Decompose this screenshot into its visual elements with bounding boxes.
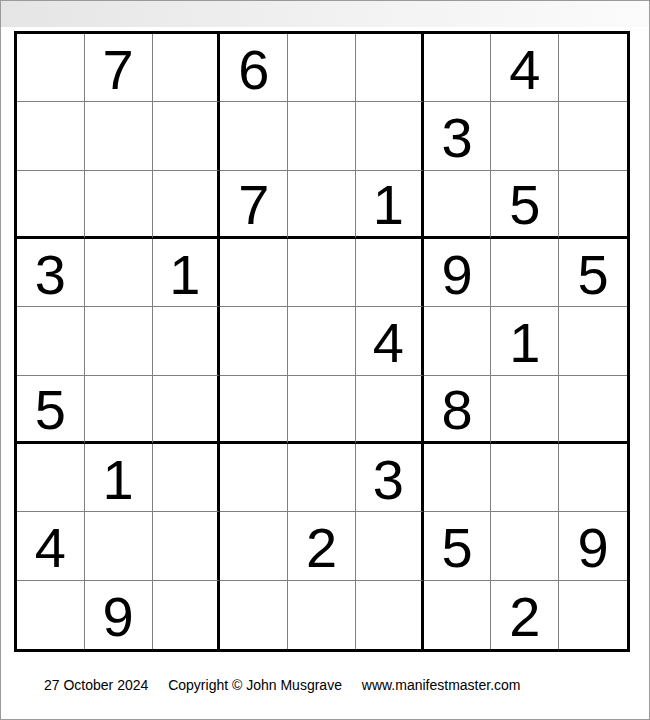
footer-date: 27 October 2024 bbox=[44, 677, 148, 693]
sudoku-board: 76437153195415813425992 bbox=[14, 31, 630, 652]
sudoku-cell-r7c9 bbox=[559, 444, 627, 512]
sudoku-cell-r2c2 bbox=[85, 102, 153, 170]
sudoku-cell-r2c6 bbox=[356, 102, 424, 170]
sudoku-cell-r2c8 bbox=[491, 102, 559, 170]
sudoku-cell-r3c6: 1 bbox=[356, 171, 424, 239]
sudoku-cell-r7c8 bbox=[491, 444, 559, 512]
sudoku-cell-r4c8 bbox=[491, 239, 559, 307]
sudoku-cell-r7c1 bbox=[17, 444, 85, 512]
sudoku-cell-r1c9 bbox=[559, 34, 627, 102]
sudoku-cell-r1c4: 6 bbox=[220, 34, 288, 102]
sudoku-cell-r4c3: 1 bbox=[153, 239, 221, 307]
sudoku-cell-r4c1: 3 bbox=[17, 239, 85, 307]
sudoku-cell-r5c3 bbox=[153, 307, 221, 375]
sudoku-cell-r5c9 bbox=[559, 307, 627, 375]
sudoku-cell-r1c7 bbox=[424, 34, 492, 102]
sudoku-cell-r2c1 bbox=[17, 102, 85, 170]
sudoku-cell-r2c9 bbox=[559, 102, 627, 170]
sudoku-cell-r7c4 bbox=[220, 444, 288, 512]
sudoku-cell-r5c2 bbox=[85, 307, 153, 375]
sudoku-cell-r4c4 bbox=[220, 239, 288, 307]
sudoku-cell-r2c5 bbox=[288, 102, 356, 170]
sudoku-cell-r5c6: 4 bbox=[356, 307, 424, 375]
sudoku-cell-r1c8: 4 bbox=[491, 34, 559, 102]
sudoku-cell-r5c4 bbox=[220, 307, 288, 375]
sudoku-cell-r8c3 bbox=[153, 512, 221, 580]
sudoku-cell-r5c7 bbox=[424, 307, 492, 375]
sudoku-cell-r6c7: 8 bbox=[424, 376, 492, 444]
sudoku-cell-r9c2: 9 bbox=[85, 581, 153, 649]
sudoku-cell-r3c2 bbox=[85, 171, 153, 239]
sudoku-cell-r3c1 bbox=[17, 171, 85, 239]
sudoku-cell-r5c5 bbox=[288, 307, 356, 375]
sudoku-cell-r2c3 bbox=[153, 102, 221, 170]
sudoku-cell-r9c1 bbox=[17, 581, 85, 649]
sudoku-cell-r5c8: 1 bbox=[491, 307, 559, 375]
sudoku-cell-r7c5 bbox=[288, 444, 356, 512]
sudoku-cell-r6c4 bbox=[220, 376, 288, 444]
sudoku-cell-r4c7: 9 bbox=[424, 239, 492, 307]
sudoku-cell-r6c6 bbox=[356, 376, 424, 444]
sudoku-cell-r7c3 bbox=[153, 444, 221, 512]
sudoku-cell-r6c8 bbox=[491, 376, 559, 444]
sudoku-cell-r6c1: 5 bbox=[17, 376, 85, 444]
puzzle-page: 76437153195415813425992 27 October 2024 … bbox=[0, 0, 650, 720]
sudoku-cell-r3c3 bbox=[153, 171, 221, 239]
sudoku-cell-r8c6 bbox=[356, 512, 424, 580]
sudoku-cell-r6c3 bbox=[153, 376, 221, 444]
sudoku-cell-r4c5 bbox=[288, 239, 356, 307]
sudoku-cell-r8c7: 5 bbox=[424, 512, 492, 580]
sudoku-cell-r8c1: 4 bbox=[17, 512, 85, 580]
sudoku-cell-r9c7 bbox=[424, 581, 492, 649]
sudoku-cell-r9c8: 2 bbox=[491, 581, 559, 649]
sudoku-cell-r1c5 bbox=[288, 34, 356, 102]
footer-copyright: Copyright © John Musgrave bbox=[168, 677, 342, 693]
sudoku-cell-r3c5 bbox=[288, 171, 356, 239]
sudoku-cell-r1c2: 7 bbox=[85, 34, 153, 102]
sudoku-cell-r4c2 bbox=[85, 239, 153, 307]
sudoku-cell-r6c2 bbox=[85, 376, 153, 444]
sudoku-cell-r7c2: 1 bbox=[85, 444, 153, 512]
sudoku-cell-r8c4 bbox=[220, 512, 288, 580]
sudoku-cell-r8c2 bbox=[85, 512, 153, 580]
sudoku-cell-r3c7 bbox=[424, 171, 492, 239]
sudoku-cell-r7c7 bbox=[424, 444, 492, 512]
sudoku-cell-r3c4: 7 bbox=[220, 171, 288, 239]
sudoku-cell-r4c6 bbox=[356, 239, 424, 307]
sudoku-cell-r4c9: 5 bbox=[559, 239, 627, 307]
sudoku-cell-r9c4 bbox=[220, 581, 288, 649]
sudoku-cell-r6c5 bbox=[288, 376, 356, 444]
sudoku-cell-r7c6: 3 bbox=[356, 444, 424, 512]
sudoku-cell-r9c6 bbox=[356, 581, 424, 649]
sudoku-cell-r9c9 bbox=[559, 581, 627, 649]
sudoku-cell-r8c9: 9 bbox=[559, 512, 627, 580]
sudoku-cell-r2c4 bbox=[220, 102, 288, 170]
sudoku-cell-r1c1 bbox=[17, 34, 85, 102]
top-gradient-band bbox=[1, 1, 649, 27]
footer: 27 October 2024 Copyright © John Musgrav… bbox=[44, 677, 521, 693]
sudoku-cell-r2c7: 3 bbox=[424, 102, 492, 170]
sudoku-cell-r8c5: 2 bbox=[288, 512, 356, 580]
sudoku-cell-r8c8 bbox=[491, 512, 559, 580]
sudoku-cell-r6c9 bbox=[559, 376, 627, 444]
sudoku-cell-r3c9 bbox=[559, 171, 627, 239]
sudoku-cell-r1c6 bbox=[356, 34, 424, 102]
sudoku-cell-r1c3 bbox=[153, 34, 221, 102]
sudoku-cell-r3c8: 5 bbox=[491, 171, 559, 239]
footer-website: www.manifestmaster.com bbox=[362, 677, 521, 693]
sudoku-cell-r5c1 bbox=[17, 307, 85, 375]
sudoku-cell-r9c3 bbox=[153, 581, 221, 649]
sudoku-cell-r9c5 bbox=[288, 581, 356, 649]
